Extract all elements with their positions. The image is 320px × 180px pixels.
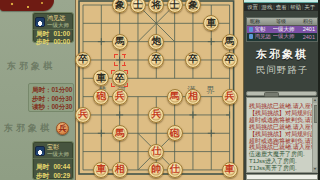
red-piece[interactable]: 車 [222, 162, 238, 178]
list-column-header[interactable]: 昵称 [247, 18, 273, 25]
board-cell[interactable] [165, 69, 183, 87]
board-cell[interactable]: 馬 [165, 87, 183, 105]
board-cell[interactable] [220, 69, 238, 87]
player-score: 2401 [300, 26, 318, 32]
chat-message: 伍递鹿大魔开了房间. [247, 151, 313, 158]
player-score: 2401 [300, 34, 318, 40]
opponent-avatar-icon [35, 17, 45, 27]
board-cell[interactable] [184, 124, 202, 142]
black-piece[interactable]: 馬 [222, 34, 238, 50]
player-icon [249, 27, 253, 32]
scroll-down-icon[interactable]: ▼ [313, 167, 317, 172]
list-column-header[interactable]: 积分 [300, 18, 317, 25]
game-logo-banner [0, 0, 54, 11]
board-cell[interactable] [147, 69, 165, 87]
brand-watermark: 东邪象棋 [4, 122, 52, 135]
board-cell[interactable]: 車 [220, 161, 238, 179]
board-cell[interactable]: 兵 [110, 87, 128, 105]
time-settings-card: 局时：01分00 步时：00分30 读秒：00分30 [28, 83, 74, 112]
chat-message: 残局挑战已就绪,请入座! [247, 124, 313, 131]
chat-message: 【残局挑战】对局规则说明: [247, 131, 313, 138]
board-cell[interactable]: 仕 [165, 161, 183, 179]
setting-game-time: 局时：01分00 [32, 86, 73, 95]
black-piece[interactable]: 士 [130, 0, 146, 13]
xiangqi-game-window: 鸿见远 一级大师 局时01:00 步时00:00 局时：01分00 步时：00分… [0, 0, 320, 180]
board-cell[interactable]: 兵 [220, 87, 238, 105]
board-cell[interactable] [165, 106, 183, 124]
chat-message: 残局挑战已就绪,请入座! [247, 103, 313, 110]
board-cell[interactable]: 卒 [74, 51, 92, 69]
board-cell[interactable] [184, 161, 202, 179]
red-piece[interactable]: 馬 [167, 89, 183, 105]
board-cell[interactable]: 帥 [147, 161, 165, 179]
board-cell[interactable]: 将 [147, 0, 165, 14]
board-cell[interactable]: 砲 [92, 87, 110, 105]
board-cell[interactable] [74, 32, 92, 50]
horizontal-scrollbar[interactable] [246, 91, 317, 96]
board-cell[interactable] [92, 32, 110, 50]
black-piece[interactable]: 卒 [75, 52, 91, 68]
board-cell[interactable] [165, 51, 183, 69]
red-piece[interactable]: 相 [185, 89, 201, 105]
board-cell[interactable] [129, 106, 147, 124]
board-cell[interactable] [202, 142, 220, 160]
red-piece[interactable]: 車 [93, 162, 109, 178]
scrollbar-thumb[interactable] [264, 92, 279, 97]
player-name: 鸿见远 [255, 33, 273, 40]
board-cell[interactable] [92, 0, 110, 14]
board-cell[interactable] [147, 14, 165, 32]
brand-title: 东邪象棋 [244, 47, 320, 62]
board-cell[interactable] [165, 32, 183, 50]
board-cell[interactable]: 兵 [147, 106, 165, 124]
board-cell[interactable] [202, 32, 220, 50]
black-piece[interactable]: 馬 [112, 34, 128, 50]
self-name: 宝彰 [47, 144, 69, 151]
black-piece[interactable]: 炮 [148, 34, 164, 50]
board-cell[interactable] [74, 142, 92, 160]
board-cell[interactable] [184, 32, 202, 50]
board-cell[interactable] [129, 161, 147, 179]
board-cell[interactable] [202, 161, 220, 179]
player-list-row[interactable]: 宝彰一级大师2401 [247, 26, 317, 34]
menu-item[interactable]: 查看 [275, 4, 288, 11]
board-cell[interactable]: 砲 [165, 124, 183, 142]
black-piece[interactable]: 卒 [185, 52, 201, 68]
board-cell[interactable] [92, 124, 110, 142]
red-piece[interactable]: 兵 [112, 89, 128, 105]
red-piece[interactable]: 兵 [75, 107, 91, 123]
self-move-timer: 步时00:29 [33, 171, 73, 180]
board-cell[interactable] [74, 124, 92, 142]
self-rank-title: 一级大师 [47, 151, 69, 157]
black-piece[interactable]: 車 [93, 70, 109, 86]
menu-item[interactable]: 游戏 [260, 4, 273, 11]
menu-item[interactable]: 帮助 [289, 4, 302, 11]
red-piece[interactable]: 砲 [93, 89, 109, 105]
menu-item[interactable]: 关于 [303, 4, 316, 11]
player-icon [249, 34, 253, 39]
captured-piece-icon: 兵 [56, 122, 69, 135]
board-cell[interactable] [184, 106, 202, 124]
board-cell[interactable]: 象 [110, 0, 128, 14]
black-piece[interactable]: 象 [185, 0, 201, 13]
board-cell[interactable] [202, 106, 220, 124]
board-cell[interactable]: 車 [92, 161, 110, 179]
player-rank: 一级大师 [273, 26, 300, 33]
red-piece[interactable]: 仕 [167, 162, 183, 178]
board-cell[interactable] [165, 14, 183, 32]
opponent-rank-title: 一级大师 [47, 22, 69, 28]
chat-message: T1Jss离开了房间. [247, 165, 313, 172]
last-move-to-marker [111, 70, 128, 87]
board-cell[interactable] [92, 14, 110, 32]
red-piece[interactable]: 仕 [148, 144, 164, 160]
player-list: 昵称等级积分 宝彰一级大师2401鸿见远一级大师2401 [246, 17, 318, 42]
board-cell[interactable]: 仕 [147, 142, 165, 160]
board-cell[interactable] [74, 14, 92, 32]
board-cell[interactable]: 士 [165, 0, 183, 14]
board-cell[interactable]: 兵 [74, 106, 92, 124]
board-cell[interactable]: 馬 [110, 32, 128, 50]
black-piece[interactable]: 車 [203, 15, 219, 31]
board-cell[interactable] [202, 124, 220, 142]
black-piece[interactable]: 卒 [222, 52, 238, 68]
board-cell[interactable] [74, 0, 92, 14]
red-piece[interactable]: 砲 [167, 125, 183, 141]
black-piece[interactable]: 将 [148, 0, 164, 13]
board-cell[interactable] [184, 69, 202, 87]
board-cell[interactable]: 卒 [220, 51, 238, 69]
last-move-from-marker [114, 54, 126, 66]
opponent-card: 鸿见远 一级大师 局时01:00 步时00:00 [32, 12, 74, 43]
board-cell[interactable] [74, 69, 92, 87]
board-cell[interactable] [129, 124, 147, 142]
black-piece[interactable]: 卒 [148, 52, 164, 68]
board-cell[interactable] [74, 87, 92, 105]
black-piece[interactable]: 象 [112, 0, 128, 13]
brand-slogan: 民间野路子 [244, 64, 320, 77]
red-piece[interactable]: 兵 [148, 107, 164, 123]
setting-byoyomi: 读秒：00分30 [32, 103, 73, 112]
chat-log: 残局挑战已就绪,请入座!【残局挑战】对局规则说明:超时或逃跑将被判负,请注意!残… [246, 97, 318, 173]
brand-watermark: 东邪象棋 [7, 60, 55, 73]
right-panel: 设置|游戏|查看|帮助|关于 昵称等级积分 宝彰一级大师2401鸿见远一级大师2… [244, 0, 320, 180]
red-piece[interactable]: 馬 [112, 125, 128, 141]
player-name: 宝彰 [255, 26, 273, 33]
board-cell[interactable] [129, 14, 147, 32]
board-cell[interactable] [202, 51, 220, 69]
player-rank: 一级大师 [273, 33, 300, 40]
self-card: 宝彰 一级大师 局时00:44 步时00:29 [32, 141, 74, 180]
opponent-move-timer: 步时00:00 [33, 38, 73, 46]
board-cell[interactable]: 車 [92, 69, 110, 87]
board-cell[interactable] [165, 142, 183, 160]
setting-step-time: 步时：00分30 [32, 95, 73, 104]
board-cell[interactable] [202, 0, 220, 14]
board-cell[interactable]: 馬 [110, 124, 128, 142]
board-cell[interactable] [184, 142, 202, 160]
board-cell[interactable] [147, 124, 165, 142]
chat-message: 超时或逃跑将被判负,请注意! [247, 117, 313, 124]
opponent-name: 鸿见远 [47, 15, 69, 22]
red-piece[interactable]: 相 [112, 162, 128, 178]
board-cell[interactable] [129, 69, 147, 87]
captured-piece-glyph: 兵 [59, 123, 67, 134]
board-cell[interactable] [110, 14, 128, 32]
board-cell[interactable] [92, 51, 110, 69]
chat-message: 残局挑战已就绪,请入座! [247, 144, 313, 151]
board-cell[interactable] [202, 87, 220, 105]
board-cell[interactable] [129, 142, 147, 160]
board-cell[interactable] [202, 69, 220, 87]
chat-scrollbar[interactable]: ▲ ▼ [312, 98, 317, 172]
chat-message: T1Jss进入了房间. [247, 158, 313, 165]
board-cell[interactable] [220, 106, 238, 124]
scroll-up-icon[interactable]: ▲ [313, 98, 317, 103]
board-cell[interactable] [92, 142, 110, 160]
list-column-header[interactable]: 等级 [273, 18, 300, 25]
menu-item[interactable]: 设置 [246, 4, 259, 11]
player-list-header: 昵称等级积分 [247, 18, 317, 26]
board-cell[interactable]: 相 [184, 87, 202, 105]
board-cell[interactable]: 馬 [220, 32, 238, 50]
chat-input[interactable] [246, 174, 318, 180]
board-cell[interactable]: 卒 [184, 51, 202, 69]
board-cell[interactable]: 士 [129, 0, 147, 14]
board-cell[interactable] [92, 106, 110, 124]
xiangqi-board: 楚 河漢 界 象士将士象車馬炮馬卒卒卒卒車卒砲兵馬相兵兵兵馬砲仕車相帥仕車 [75, 0, 244, 180]
chat-message: 超时或逃跑将被判负,请注意! [247, 138, 313, 145]
board-cell[interactable] [220, 142, 238, 160]
self-avatar-icon [35, 146, 45, 156]
board-cell[interactable] [110, 106, 128, 124]
opponent-game-timer: 局时01:00 [33, 30, 73, 38]
board-cell[interactable]: 卒 [147, 51, 165, 69]
red-piece[interactable]: 帥 [148, 162, 164, 178]
board-cell[interactable] [129, 87, 147, 105]
red-piece[interactable]: 兵 [222, 89, 238, 105]
board-cell[interactable]: 相 [110, 161, 128, 179]
board-cell[interactable] [129, 32, 147, 50]
board-cell[interactable] [74, 161, 92, 179]
board-cell[interactable]: 炮 [147, 32, 165, 50]
board-cell[interactable] [220, 124, 238, 142]
board-grid: 象士将士象車馬炮馬卒卒卒卒車卒砲兵馬相兵兵兵馬砲仕車相帥仕車 [74, 0, 239, 179]
player-list-row[interactable]: 鸿见远一级大师2401 [247, 33, 317, 41]
board-cell[interactable] [129, 51, 147, 69]
board-cell[interactable] [220, 14, 238, 32]
board-cell[interactable]: 象 [184, 0, 202, 14]
board-cell[interactable]: 車 [202, 14, 220, 32]
board-cell[interactable] [147, 87, 165, 105]
self-game-timer: 局时00:44 [33, 162, 73, 171]
board-cell[interactable] [220, 0, 238, 14]
board-cell[interactable] [184, 14, 202, 32]
chat-message: 【残局挑战】对局规则说明: [247, 110, 313, 117]
left-panel: 鸿见远 一级大师 局时01:00 步时00:00 局时：01分00 步时：00分… [0, 0, 75, 180]
board-cell[interactable] [110, 142, 128, 160]
black-piece[interactable]: 士 [167, 0, 183, 13]
menu-bar: 设置|游戏|查看|帮助|关于 [244, 3, 320, 11]
